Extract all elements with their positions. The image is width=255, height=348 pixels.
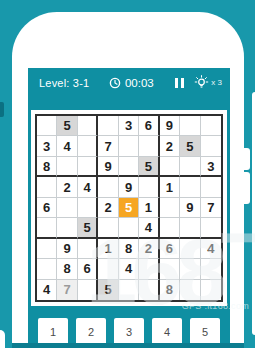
- cell-r8c4[interactable]: [98, 259, 118, 279]
- cell-r4c6[interactable]: [139, 177, 159, 197]
- cell-r7c1[interactable]: [37, 239, 57, 259]
- cell-r5c7[interactable]: [160, 198, 180, 218]
- cell-r1c8[interactable]: [180, 116, 200, 136]
- cell-r9c9[interactable]: [201, 280, 221, 300]
- clock-icon: [109, 77, 121, 89]
- cell-r7c8[interactable]: [180, 239, 200, 259]
- cell-r5c3[interactable]: [78, 198, 98, 218]
- cell-r7c5[interactable]: 8: [119, 239, 139, 259]
- bottom-bar: [12, 343, 244, 348]
- cell-r6c5[interactable]: [119, 218, 139, 238]
- cell-r4c1[interactable]: [37, 177, 57, 197]
- cell-r9c4[interactable]: 5: [98, 280, 118, 300]
- number-button-4[interactable]: 4: [152, 318, 182, 346]
- cell-r2c5[interactable]: [119, 136, 139, 156]
- timer: 00:03: [109, 77, 154, 89]
- cell-r3c2[interactable]: [57, 157, 77, 177]
- cell-r4c8[interactable]: [180, 177, 200, 197]
- cell-r4c7[interactable]: 1: [160, 177, 180, 197]
- cell-r7c4[interactable]: 1: [98, 239, 118, 259]
- cell-r1c5[interactable]: 3: [119, 116, 139, 136]
- cell-r8c9[interactable]: [201, 259, 221, 279]
- left-side-button: [0, 102, 4, 117]
- cell-r3c4[interactable]: 9: [98, 157, 118, 177]
- number-button-2[interactable]: 2: [76, 318, 106, 346]
- cell-r1c3[interactable]: [78, 116, 98, 136]
- cell-r1c7[interactable]: 9: [160, 116, 180, 136]
- cell-r8c6[interactable]: [139, 259, 159, 279]
- number-button-1[interactable]: 1: [38, 318, 68, 346]
- cell-r3c6[interactable]: 5: [139, 157, 159, 177]
- timer-value: 00:03: [125, 77, 154, 89]
- hint-button[interactable]: x 3: [194, 75, 222, 90]
- neighbor-card-edge: [252, 92, 255, 335]
- cell-r8c7[interactable]: [160, 259, 180, 279]
- cell-r7c3[interactable]: [78, 239, 98, 259]
- cell-r6c4[interactable]: [98, 218, 118, 238]
- cell-r7c6[interactable]: 2: [139, 239, 159, 259]
- cell-r9c5[interactable]: [119, 280, 139, 300]
- cell-r7c7[interactable]: 6: [160, 239, 180, 259]
- cell-r5c5[interactable]: 5: [119, 198, 139, 218]
- cell-r4c5[interactable]: 9: [119, 177, 139, 197]
- cell-r8c8[interactable]: [180, 259, 200, 279]
- cell-r1c4[interactable]: [98, 116, 118, 136]
- cell-r5c8[interactable]: 9: [180, 198, 200, 218]
- cell-r9c3[interactable]: [78, 280, 98, 300]
- cell-r2c3[interactable]: [78, 136, 98, 156]
- cell-r6c3[interactable]: 5: [78, 218, 98, 238]
- cell-r1c9[interactable]: [201, 116, 221, 136]
- cell-r4c9[interactable]: [201, 177, 221, 197]
- cell-r4c3[interactable]: 4: [78, 177, 98, 197]
- phone-frame: Level: 3-1 00:03: [12, 12, 244, 348]
- hint-count-label: x 3: [211, 78, 222, 87]
- cell-r1c2[interactable]: 5: [57, 116, 77, 136]
- cell-r6c6[interactable]: 4: [139, 218, 159, 238]
- cell-r2c7[interactable]: 2: [160, 136, 180, 156]
- cell-r6c2[interactable]: [57, 218, 77, 238]
- cell-r8c2[interactable]: 8: [57, 259, 77, 279]
- cell-r8c3[interactable]: 6: [78, 259, 98, 279]
- cell-r2c8[interactable]: 5: [180, 136, 200, 156]
- sudoku-grid: 53693472589532491625197549182648644758: [35, 114, 223, 302]
- header-bar: Level: 3-1 00:03: [28, 68, 230, 97]
- neighbor-card-corner: [0, 330, 5, 348]
- pause-button[interactable]: [173, 76, 186, 90]
- cell-r8c5[interactable]: 4: [119, 259, 139, 279]
- power-button: [242, 148, 250, 170]
- cell-r5c2[interactable]: [57, 198, 77, 218]
- cell-r4c2[interactable]: 2: [57, 177, 77, 197]
- number-button-5[interactable]: 5: [190, 318, 220, 346]
- cell-r2c4[interactable]: 7: [98, 136, 118, 156]
- cell-r3c3[interactable]: [78, 157, 98, 177]
- cell-r9c7[interactable]: 8: [160, 280, 180, 300]
- cell-r2c1[interactable]: 3: [37, 136, 57, 156]
- cell-r3c5[interactable]: [119, 157, 139, 177]
- cell-r4c4[interactable]: [98, 177, 118, 197]
- cell-r5c4[interactable]: 2: [98, 198, 118, 218]
- cell-r6c7[interactable]: [160, 218, 180, 238]
- cell-r2c6[interactable]: [139, 136, 159, 156]
- cell-r7c9[interactable]: 4: [201, 239, 221, 259]
- board-panel: 53693472589532491625197549182648644758: [31, 110, 227, 306]
- cell-r5c9[interactable]: 7: [201, 198, 221, 218]
- cell-r6c9[interactable]: [201, 218, 221, 238]
- cell-r3c8[interactable]: [180, 157, 200, 177]
- cell-r9c8[interactable]: [180, 280, 200, 300]
- cell-r9c6[interactable]: [139, 280, 159, 300]
- cell-r9c1[interactable]: 4: [37, 280, 57, 300]
- cell-r3c7[interactable]: [160, 157, 180, 177]
- promo-background: Level: 3-1 00:03: [0, 0, 255, 348]
- cell-r3c9[interactable]: 3: [201, 157, 221, 177]
- cell-r6c8[interactable]: [180, 218, 200, 238]
- lightbulb-icon: [194, 75, 209, 90]
- cell-r6c1[interactable]: [37, 218, 57, 238]
- level-label: Level: 3-1: [39, 77, 89, 89]
- cell-r1c1[interactable]: [37, 116, 57, 136]
- cell-r7c2[interactable]: 9: [57, 239, 77, 259]
- number-buttons: 12345: [28, 318, 230, 346]
- cell-r9c2[interactable]: 7: [57, 280, 77, 300]
- cell-r5c6[interactable]: 1: [139, 198, 159, 218]
- volume-button: [242, 172, 250, 204]
- cell-r2c2[interactable]: 4: [57, 136, 77, 156]
- cell-r2c9[interactable]: [201, 136, 221, 156]
- cell-r1c6[interactable]: 6: [139, 116, 159, 136]
- cell-r5c1[interactable]: 6: [37, 198, 57, 218]
- number-button-3[interactable]: 3: [114, 318, 144, 346]
- cell-r8c1[interactable]: [37, 259, 57, 279]
- cell-r3c1[interactable]: 8: [37, 157, 57, 177]
- game-screen: Level: 3-1 00:03: [28, 68, 230, 348]
